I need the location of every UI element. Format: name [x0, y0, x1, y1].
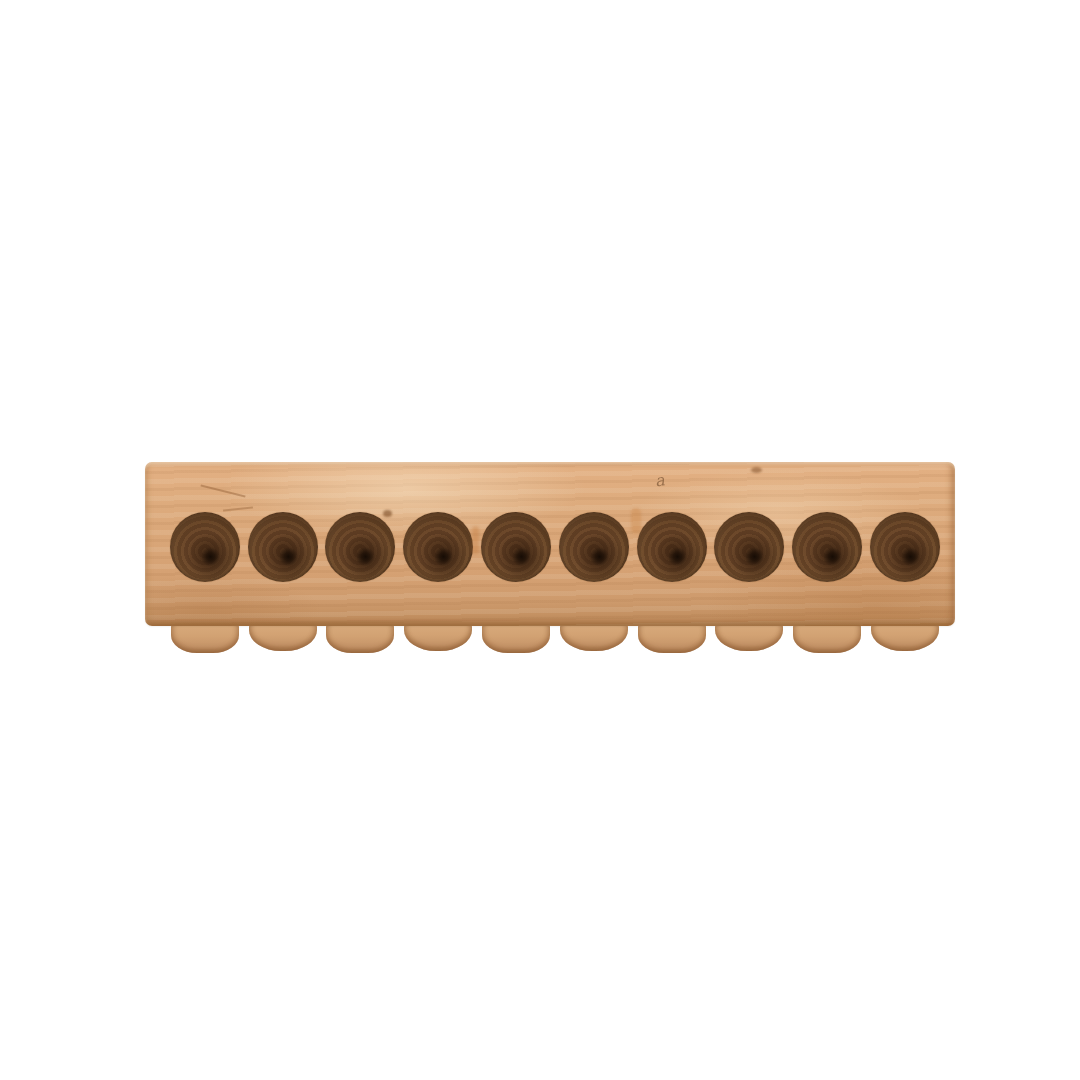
pit-bulge-foot-6 — [560, 622, 628, 651]
pit-7[interactable] — [637, 512, 707, 582]
pit-bulge-foot-8 — [715, 622, 783, 651]
board-top: a — [145, 462, 955, 626]
pit-bulge-foot-3 — [326, 622, 394, 653]
pit-bulge-foot-9 — [793, 622, 861, 653]
pit-bulge-foot-10 — [871, 622, 939, 651]
pit-3[interactable] — [325, 512, 395, 582]
pit-bulge-foot-2 — [249, 622, 317, 651]
pit-bulge-foot-1 — [171, 622, 239, 653]
pit-6[interactable] — [559, 512, 629, 582]
pit-8[interactable] — [714, 512, 784, 582]
feet-row — [166, 622, 944, 658]
pit-9[interactable] — [792, 512, 862, 582]
pit-5[interactable] — [481, 512, 551, 582]
mancala-board: a — [145, 462, 955, 658]
pit-4[interactable] — [403, 512, 473, 582]
pit-1[interactable] — [170, 512, 240, 582]
wood-stain — [631, 508, 641, 534]
pencil-mark: a — [654, 472, 666, 489]
pit-bulge-foot-7 — [638, 622, 706, 653]
wood-stain — [472, 526, 479, 554]
pit-2[interactable] — [248, 512, 318, 582]
wood-knot — [383, 510, 392, 517]
photo-canvas: a — [0, 0, 1080, 1080]
pit-grid — [166, 462, 944, 626]
wood-knot — [751, 467, 762, 473]
pit-bulge-foot-5 — [482, 622, 550, 653]
pit-bulge-foot-4 — [404, 622, 472, 651]
pit-10[interactable] — [870, 512, 940, 582]
